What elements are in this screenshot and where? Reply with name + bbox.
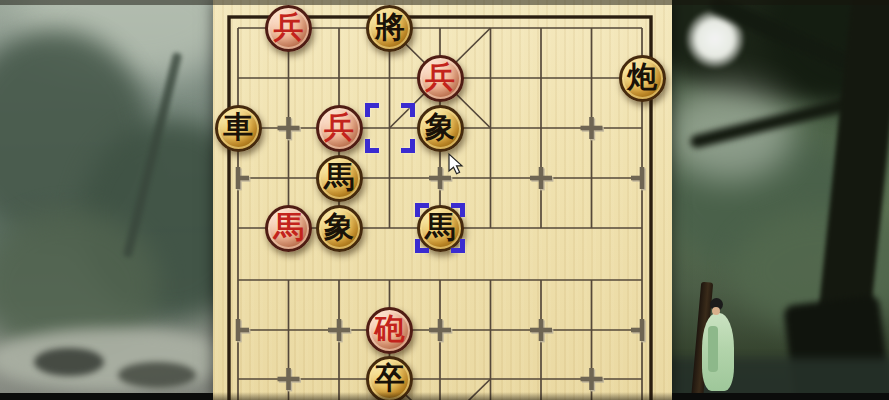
letterbox-bar (672, 393, 889, 400)
piece-black-elephant[interactable]: 象 (417, 105, 464, 152)
piece-character: 將 (375, 12, 405, 42)
piece-character: 炮 (627, 62, 657, 92)
piece-character: 兵 (274, 12, 304, 42)
rock (118, 362, 196, 388)
piece-black-general[interactable]: 將 (366, 5, 413, 52)
piece-character: 卒 (375, 363, 405, 393)
piece-black-chariot[interactable]: 車 (215, 105, 262, 152)
woman-face (712, 307, 720, 315)
letterbox-bar (0, 393, 213, 400)
move-marker-from (365, 103, 415, 153)
marker-corner (415, 203, 429, 217)
piece-character: 兵 (425, 62, 455, 92)
piece-red-cannon[interactable]: 砲 (366, 307, 413, 354)
piece-red-pawn[interactable]: 兵 (417, 55, 464, 102)
woman-dress (702, 313, 734, 391)
xiangqi-board[interactable]: 兵將兵炮車兵象馬馬象馬砲卒 (213, 0, 672, 400)
marker-corner (401, 139, 415, 153)
piece-red-pawn[interactable]: 兵 (265, 5, 312, 52)
woman-sash (708, 326, 718, 372)
frame-top-shade (0, 0, 889, 5)
piece-character: 車 (223, 112, 253, 142)
piece-character: 砲 (375, 314, 405, 344)
rock (34, 348, 104, 376)
background-forest-right (672, 0, 889, 400)
woman-figure (700, 296, 760, 400)
piece-character: 馬 (324, 162, 354, 192)
piece-character: 兵 (324, 112, 354, 142)
piece-character: 馬 (274, 212, 304, 242)
marker-corner (401, 103, 415, 117)
piece-black-horse[interactable]: 馬 (316, 155, 363, 202)
marker-corner (451, 239, 465, 253)
piece-black-elephant[interactable]: 象 (316, 205, 363, 252)
move-marker-to (415, 203, 465, 253)
mouse-cursor-icon (446, 152, 470, 178)
piece-red-horse[interactable]: 馬 (265, 205, 312, 252)
marker-corner (365, 139, 379, 153)
video-frame: 兵將兵炮車兵象馬馬象馬砲卒 (0, 0, 889, 400)
frame-bottom-shade (213, 392, 672, 400)
marker-corner (451, 203, 465, 217)
piece-red-pawn[interactable]: 兵 (316, 105, 363, 152)
piece-black-cannon[interactable]: 炮 (619, 55, 666, 102)
marker-corner (415, 239, 429, 253)
marker-corner (365, 103, 379, 117)
piece-character: 象 (425, 112, 455, 142)
background-forest-left (0, 0, 213, 400)
piece-character: 象 (324, 212, 354, 242)
